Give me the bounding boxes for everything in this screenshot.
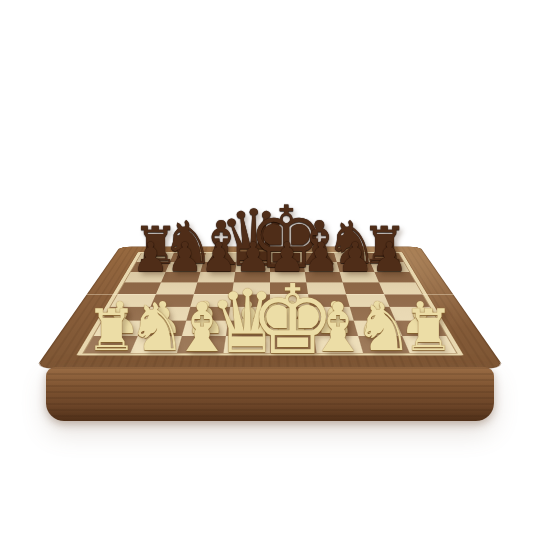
chess-set-photo: ♜♞♝♛♚♝♞♜♟♟♟♟♟♟♟♟♟♟♟♟♟♟♟♟♜♞♝♛♚♝♞♜ xyxy=(0,0,540,540)
piece-black-pawn-a7[interactable]: ♟ xyxy=(133,237,169,277)
piece-black-pawn-g7[interactable]: ♟ xyxy=(337,237,373,277)
piece-white-rook-h1[interactable]: ♜ xyxy=(403,302,454,359)
piece-black-pawn-b7[interactable]: ♟ xyxy=(167,237,203,277)
pieces-layer: ♜♞♝♛♚♝♞♜♟♟♟♟♟♟♟♟♟♟♟♟♟♟♟♟♜♞♝♛♚♝♞♜ xyxy=(0,0,540,540)
piece-black-pawn-h7[interactable]: ♟ xyxy=(371,237,407,277)
